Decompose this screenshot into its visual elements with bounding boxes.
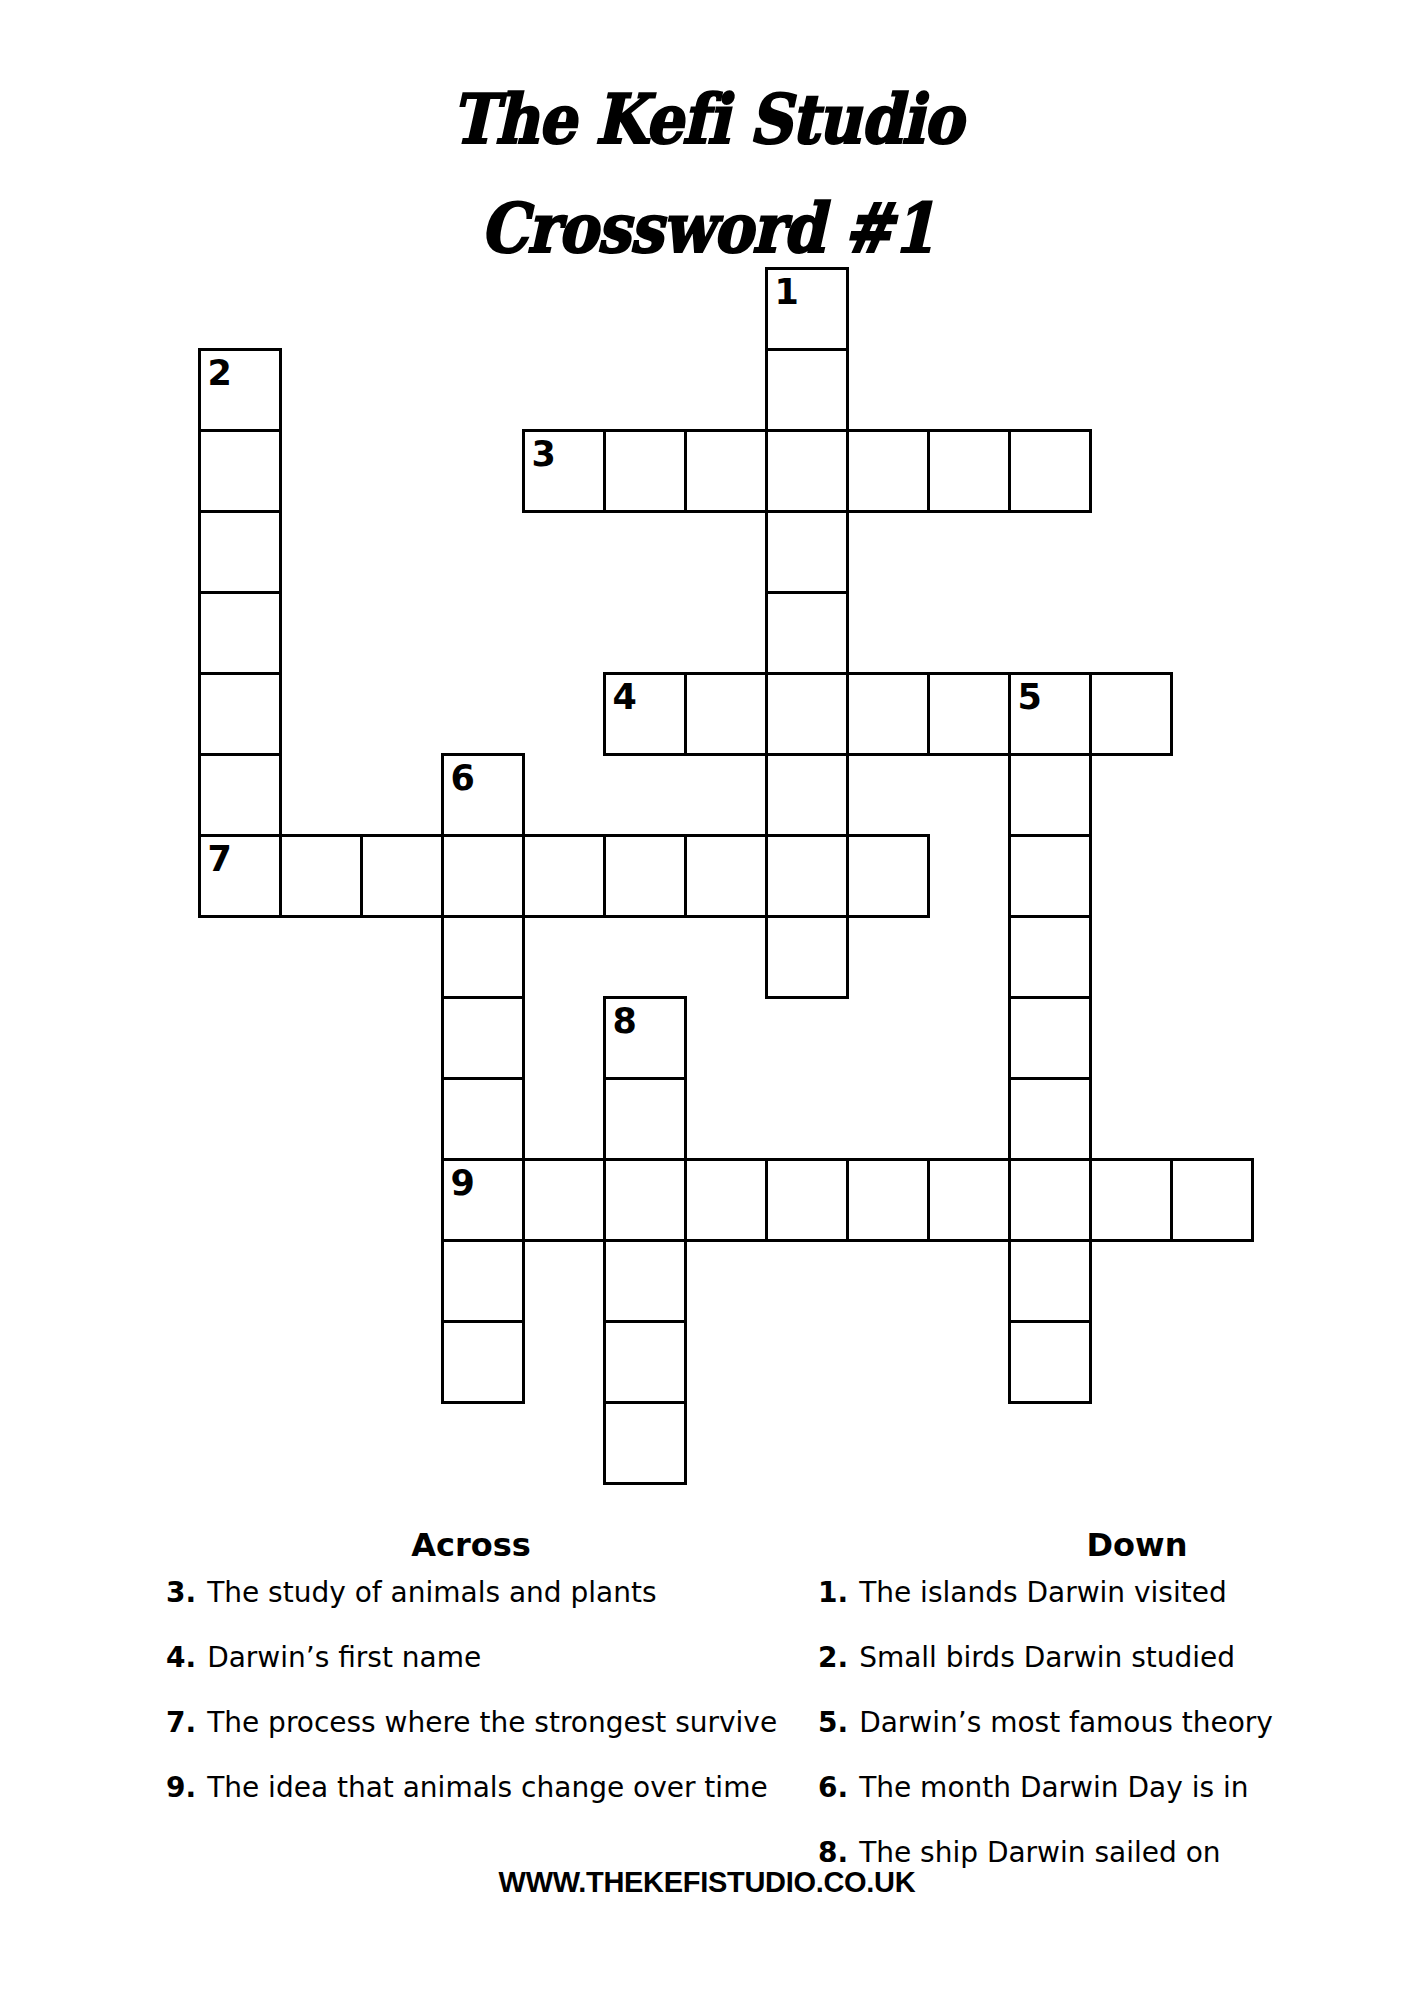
down-clue-1: 1.The islands Darwin visited (818, 1560, 1298, 1625)
down-clue-2: 2.Small birds Darwin studied (818, 1625, 1298, 1690)
down-clue-6: 6.The month Darwin Day is in (818, 1755, 1298, 1820)
grid-cell[interactable] (441, 915, 525, 999)
clue-number: 5. (818, 1706, 848, 1739)
across-clue-3: 3.The study of animals and plants (166, 1560, 816, 1625)
grid-cell[interactable] (846, 1158, 930, 1242)
grid-cell[interactable] (684, 1158, 768, 1242)
grid-cell[interactable] (846, 429, 930, 513)
grid-cell[interactable] (1008, 1077, 1092, 1161)
grid-cell[interactable] (603, 834, 687, 918)
grid-cell[interactable] (603, 1239, 687, 1323)
grid-cell[interactable] (684, 834, 768, 918)
grid-cell[interactable] (441, 996, 525, 1080)
grid-cell[interactable] (603, 1320, 687, 1404)
grid-cell[interactable]: 7 (198, 834, 282, 918)
grid-clue-number-9: 9 (444, 1161, 522, 1201)
grid-clue-number-1: 1 (768, 270, 846, 310)
clue-number: 2. (818, 1641, 848, 1674)
crossword-grid: 123456789 (199, 268, 1252, 1483)
clue-number: 3. (166, 1576, 196, 1609)
clue-number: 7. (166, 1706, 196, 1739)
grid-cell[interactable] (1170, 1158, 1254, 1242)
across-clue-7: 7.The process where the strongest surviv… (166, 1690, 816, 1755)
grid-cell[interactable] (1008, 834, 1092, 918)
grid-cell[interactable] (1008, 1158, 1092, 1242)
grid-cell[interactable] (198, 510, 282, 594)
grid-cell[interactable] (1008, 1239, 1092, 1323)
grid-clue-number-4: 4 (606, 675, 684, 715)
grid-clue-number-7: 7 (201, 837, 279, 877)
grid-cell[interactable]: 2 (198, 348, 282, 432)
grid-cell[interactable] (198, 591, 282, 675)
clue-text: The islands Darwin visited (859, 1576, 1227, 1609)
grid-cell[interactable] (765, 672, 849, 756)
across-clue-9: 9.The idea that animals change over time (166, 1755, 816, 1820)
down-clue-5: 5.Darwin’s most famous theory (818, 1690, 1298, 1755)
page-title-line2: Crossword #1 (85, 181, 1329, 276)
grid-clue-number-5: 5 (1011, 675, 1089, 715)
grid-cell[interactable] (765, 1158, 849, 1242)
grid-cell[interactable] (279, 834, 363, 918)
grid-cell[interactable] (603, 429, 687, 513)
grid-cell[interactable] (846, 672, 930, 756)
grid-cell[interactable] (765, 429, 849, 513)
clue-text: The idea that animals change over time (207, 1771, 768, 1804)
grid-cell[interactable] (765, 753, 849, 837)
grid-cell[interactable] (765, 834, 849, 918)
grid-clue-number-3: 3 (525, 432, 603, 472)
grid-cell[interactable] (198, 672, 282, 756)
grid-cell[interactable] (684, 672, 768, 756)
clue-text: The month Darwin Day is in (859, 1771, 1248, 1804)
grid-cell[interactable] (522, 834, 606, 918)
grid-cell[interactable] (1008, 996, 1092, 1080)
grid-cell[interactable] (198, 429, 282, 513)
grid-cell[interactable]: 3 (522, 429, 606, 513)
clue-text: Small birds Darwin studied (859, 1641, 1235, 1674)
grid-cell[interactable]: 6 (441, 753, 525, 837)
down-clues: 1.The islands Darwin visited 2.Small bir… (818, 1560, 1298, 1885)
clue-text: Darwin’s most famous theory (859, 1706, 1273, 1739)
clue-number: 1. (818, 1576, 848, 1609)
grid-cell[interactable] (441, 1239, 525, 1323)
grid-cell[interactable] (198, 753, 282, 837)
grid-cell[interactable] (522, 1158, 606, 1242)
clue-number: 6. (818, 1771, 848, 1804)
grid-cell[interactable] (1089, 1158, 1173, 1242)
grid-cell[interactable] (603, 1401, 687, 1485)
page-title-line1: The Kefi Studio (85, 72, 1329, 167)
across-clue-4: 4.Darwin’s first name (166, 1625, 816, 1690)
grid-cell[interactable]: 1 (765, 267, 849, 351)
grid-cell[interactable] (765, 510, 849, 594)
grid-clue-number-6: 6 (444, 756, 522, 796)
grid-cell[interactable]: 8 (603, 996, 687, 1080)
grid-cell[interactable] (927, 1158, 1011, 1242)
grid-cell[interactable]: 5 (1008, 672, 1092, 756)
grid-cell[interactable] (927, 429, 1011, 513)
grid-cell[interactable]: 9 (441, 1158, 525, 1242)
grid-cell[interactable] (1008, 1320, 1092, 1404)
grid-cell[interactable] (765, 915, 849, 999)
grid-cell[interactable] (603, 1158, 687, 1242)
clue-number: 4. (166, 1641, 196, 1674)
grid-cell[interactable] (441, 1320, 525, 1404)
grid-cell[interactable] (684, 429, 768, 513)
grid-cell[interactable] (441, 834, 525, 918)
grid-cell[interactable] (1008, 915, 1092, 999)
clue-text: The study of animals and plants (207, 1576, 656, 1609)
grid-cell[interactable] (765, 591, 849, 675)
grid-cell[interactable] (603, 1077, 687, 1161)
grid-cell[interactable] (360, 834, 444, 918)
grid-cell[interactable] (1089, 672, 1173, 756)
grid-cell[interactable] (441, 1077, 525, 1161)
page: The Kefi Studio Crossword #1 123456789 A… (0, 0, 1414, 2000)
website-footer: WWW.THEKEFISTUDIO.CO.UK (0, 1860, 1414, 1905)
grid-cell[interactable]: 4 (603, 672, 687, 756)
grid-cell[interactable] (1008, 429, 1092, 513)
grid-cell[interactable] (846, 834, 930, 918)
grid-clue-number-2: 2 (201, 351, 279, 391)
clue-text: The process where the strongest survive (207, 1706, 777, 1739)
grid-cell[interactable] (1008, 753, 1092, 837)
grid-cell[interactable] (765, 348, 849, 432)
grid-clue-number-8: 8 (606, 999, 684, 1039)
grid-cell[interactable] (927, 672, 1011, 756)
clue-text: Darwin’s first name (207, 1641, 481, 1674)
clue-number: 9. (166, 1771, 196, 1804)
across-clues: 3.The study of animals and plants 4.Darw… (166, 1560, 816, 1820)
